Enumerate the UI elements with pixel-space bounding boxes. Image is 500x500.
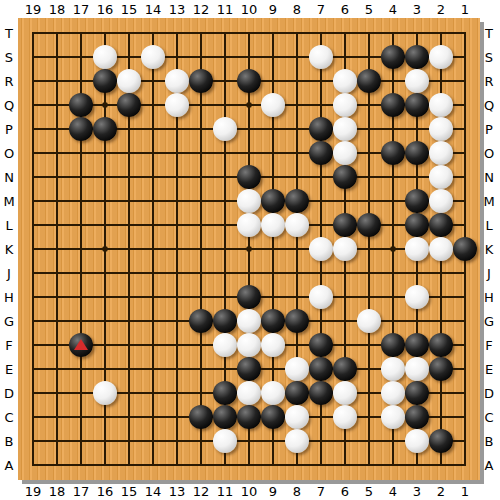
column-label: 17 xyxy=(73,3,90,16)
column-label: 7 xyxy=(317,485,325,498)
go-game-screenshot: 19181716151413121110987654321 1918171615… xyxy=(0,0,500,500)
column-label: 6 xyxy=(341,485,349,498)
black-stone xyxy=(381,93,405,117)
white-stone xyxy=(405,285,429,309)
black-stone xyxy=(93,69,117,93)
row-label: P xyxy=(485,123,493,136)
column-label: 2 xyxy=(437,485,445,498)
column-label: 12 xyxy=(193,485,210,498)
row-label: E xyxy=(485,363,493,376)
row-label: O xyxy=(484,147,494,160)
column-label: 19 xyxy=(25,3,42,16)
black-stone xyxy=(261,405,285,429)
row-label: A xyxy=(485,459,494,472)
black-stone xyxy=(285,381,309,405)
white-stone xyxy=(165,69,189,93)
row-label: B xyxy=(5,435,14,448)
black-stone xyxy=(381,141,405,165)
white-stone xyxy=(309,237,333,261)
black-stone xyxy=(285,309,309,333)
white-stone xyxy=(429,93,453,117)
white-stone xyxy=(381,357,405,381)
row-label: L xyxy=(5,219,12,232)
column-label: 1 xyxy=(461,485,469,498)
black-stone xyxy=(429,429,453,453)
column-label: 6 xyxy=(341,3,349,16)
column-label: 4 xyxy=(389,485,397,498)
grid-line-horizontal xyxy=(32,464,466,466)
black-stone xyxy=(237,357,261,381)
white-stone xyxy=(261,381,285,405)
white-stone xyxy=(237,189,261,213)
column-label: 3 xyxy=(413,485,421,498)
column-label: 15 xyxy=(121,3,138,16)
black-stone xyxy=(381,333,405,357)
row-label: S xyxy=(5,51,13,64)
black-stone xyxy=(333,357,357,381)
white-stone xyxy=(261,333,285,357)
black-stone xyxy=(405,141,429,165)
row-label: C xyxy=(4,411,13,424)
black-stone xyxy=(405,213,429,237)
white-stone xyxy=(405,69,429,93)
column-label: 13 xyxy=(169,485,186,498)
black-stone xyxy=(309,357,333,381)
white-stone xyxy=(285,213,309,237)
black-stone xyxy=(405,333,429,357)
black-stone xyxy=(429,213,453,237)
white-stone xyxy=(333,405,357,429)
row-label: R xyxy=(484,75,493,88)
white-stone xyxy=(333,117,357,141)
white-stone xyxy=(213,429,237,453)
column-label: 19 xyxy=(25,485,42,498)
white-stone xyxy=(237,309,261,333)
black-stone xyxy=(405,189,429,213)
row-label: C xyxy=(484,411,493,424)
go-board[interactable] xyxy=(18,18,480,480)
white-stone xyxy=(333,93,357,117)
row-label: E xyxy=(5,363,13,376)
column-label: 9 xyxy=(269,485,277,498)
black-stone xyxy=(405,93,429,117)
white-stone xyxy=(429,117,453,141)
black-stone xyxy=(189,405,213,429)
row-label: H xyxy=(484,291,494,304)
white-stone xyxy=(141,45,165,69)
black-stone xyxy=(189,69,213,93)
black-stone xyxy=(429,357,453,381)
black-stone xyxy=(381,45,405,69)
white-stone xyxy=(333,69,357,93)
black-stone xyxy=(69,93,93,117)
white-stone xyxy=(237,381,261,405)
black-stone xyxy=(309,333,333,357)
white-stone xyxy=(381,405,405,429)
column-label: 4 xyxy=(389,3,397,16)
row-label: D xyxy=(484,387,494,400)
black-stone xyxy=(309,117,333,141)
black-stone xyxy=(213,381,237,405)
column-label: 11 xyxy=(217,3,234,16)
row-label: O xyxy=(4,147,14,160)
column-label: 3 xyxy=(413,3,421,16)
column-label: 17 xyxy=(73,485,90,498)
column-label: 10 xyxy=(241,485,258,498)
white-stone xyxy=(405,429,429,453)
column-label: 15 xyxy=(121,485,138,498)
row-label: G xyxy=(4,315,14,328)
white-stone xyxy=(333,141,357,165)
row-label: K xyxy=(485,243,494,256)
column-label: 7 xyxy=(317,3,325,16)
black-stone xyxy=(69,117,93,141)
row-label: T xyxy=(5,27,13,40)
white-stone xyxy=(429,141,453,165)
white-stone xyxy=(117,69,141,93)
grid-line-horizontal xyxy=(32,440,466,442)
black-stone xyxy=(93,117,117,141)
white-stone xyxy=(381,381,405,405)
black-stone xyxy=(357,69,381,93)
black-stone xyxy=(237,285,261,309)
column-label: 9 xyxy=(269,3,277,16)
black-stone xyxy=(117,93,141,117)
row-label: F xyxy=(485,339,492,352)
star-point xyxy=(391,247,396,252)
row-label: T xyxy=(485,27,493,40)
black-stone xyxy=(357,213,381,237)
grid-line-horizontal xyxy=(32,272,466,274)
white-stone xyxy=(93,381,117,405)
column-label: 12 xyxy=(193,3,210,16)
white-stone xyxy=(333,381,357,405)
column-label: 16 xyxy=(97,485,114,498)
column-label: 11 xyxy=(217,485,234,498)
black-stone xyxy=(333,213,357,237)
black-stone xyxy=(237,405,261,429)
white-stone xyxy=(429,45,453,69)
black-stone xyxy=(333,165,357,189)
white-stone xyxy=(285,429,309,453)
column-label: 18 xyxy=(49,3,66,16)
column-label: 8 xyxy=(293,3,301,16)
row-label: J xyxy=(487,267,491,280)
black-stone xyxy=(309,141,333,165)
white-stone xyxy=(213,117,237,141)
black-stone xyxy=(261,309,285,333)
black-stone xyxy=(405,405,429,429)
white-stone xyxy=(213,333,237,357)
row-label: J xyxy=(7,267,11,280)
black-stone xyxy=(189,309,213,333)
column-label: 14 xyxy=(145,3,162,16)
column-label: 14 xyxy=(145,485,162,498)
white-stone xyxy=(261,213,285,237)
row-label: M xyxy=(483,195,494,208)
grid-line-vertical xyxy=(368,32,370,466)
white-stone xyxy=(429,189,453,213)
white-stone xyxy=(333,237,357,261)
white-stone xyxy=(237,213,261,237)
white-stone xyxy=(429,165,453,189)
row-label: M xyxy=(3,195,14,208)
row-label: H xyxy=(4,291,14,304)
white-stone xyxy=(405,237,429,261)
white-stone xyxy=(309,45,333,69)
white-stone xyxy=(357,309,381,333)
row-label: Q xyxy=(4,99,14,112)
white-stone xyxy=(93,45,117,69)
row-label: B xyxy=(485,435,494,448)
star-point xyxy=(103,103,108,108)
row-label: Q xyxy=(484,99,494,112)
last-move-marker xyxy=(74,339,88,350)
star-point xyxy=(247,247,252,252)
white-stone xyxy=(285,357,309,381)
row-label: N xyxy=(4,171,14,184)
row-label: G xyxy=(484,315,494,328)
black-stone xyxy=(429,333,453,357)
black-stone xyxy=(405,381,429,405)
row-label: N xyxy=(484,171,494,184)
black-stone xyxy=(405,45,429,69)
star-point xyxy=(247,103,252,108)
black-stone xyxy=(285,189,309,213)
black-stone xyxy=(309,381,333,405)
white-stone xyxy=(429,237,453,261)
white-stone xyxy=(237,333,261,357)
column-label: 5 xyxy=(365,3,373,16)
row-label: K xyxy=(5,243,14,256)
white-stone xyxy=(405,357,429,381)
row-label: F xyxy=(5,339,12,352)
row-label: L xyxy=(485,219,492,232)
row-label: P xyxy=(5,123,13,136)
column-label: 8 xyxy=(293,485,301,498)
white-stone xyxy=(165,93,189,117)
black-stone xyxy=(213,309,237,333)
column-label: 10 xyxy=(241,3,258,16)
black-stone xyxy=(237,165,261,189)
row-label: R xyxy=(4,75,13,88)
row-label: A xyxy=(5,459,14,472)
white-stone xyxy=(285,405,309,429)
black-stone xyxy=(261,189,285,213)
white-stone xyxy=(309,285,333,309)
white-stone xyxy=(261,93,285,117)
column-label: 13 xyxy=(169,3,186,16)
row-label: D xyxy=(4,387,14,400)
row-label: S xyxy=(485,51,493,64)
column-label: 1 xyxy=(461,3,469,16)
star-point xyxy=(103,247,108,252)
column-label: 5 xyxy=(365,485,373,498)
black-stone xyxy=(453,237,477,261)
column-label: 2 xyxy=(437,3,445,16)
column-label: 18 xyxy=(49,485,66,498)
black-stone xyxy=(237,69,261,93)
black-stone xyxy=(213,405,237,429)
column-label: 16 xyxy=(97,3,114,16)
